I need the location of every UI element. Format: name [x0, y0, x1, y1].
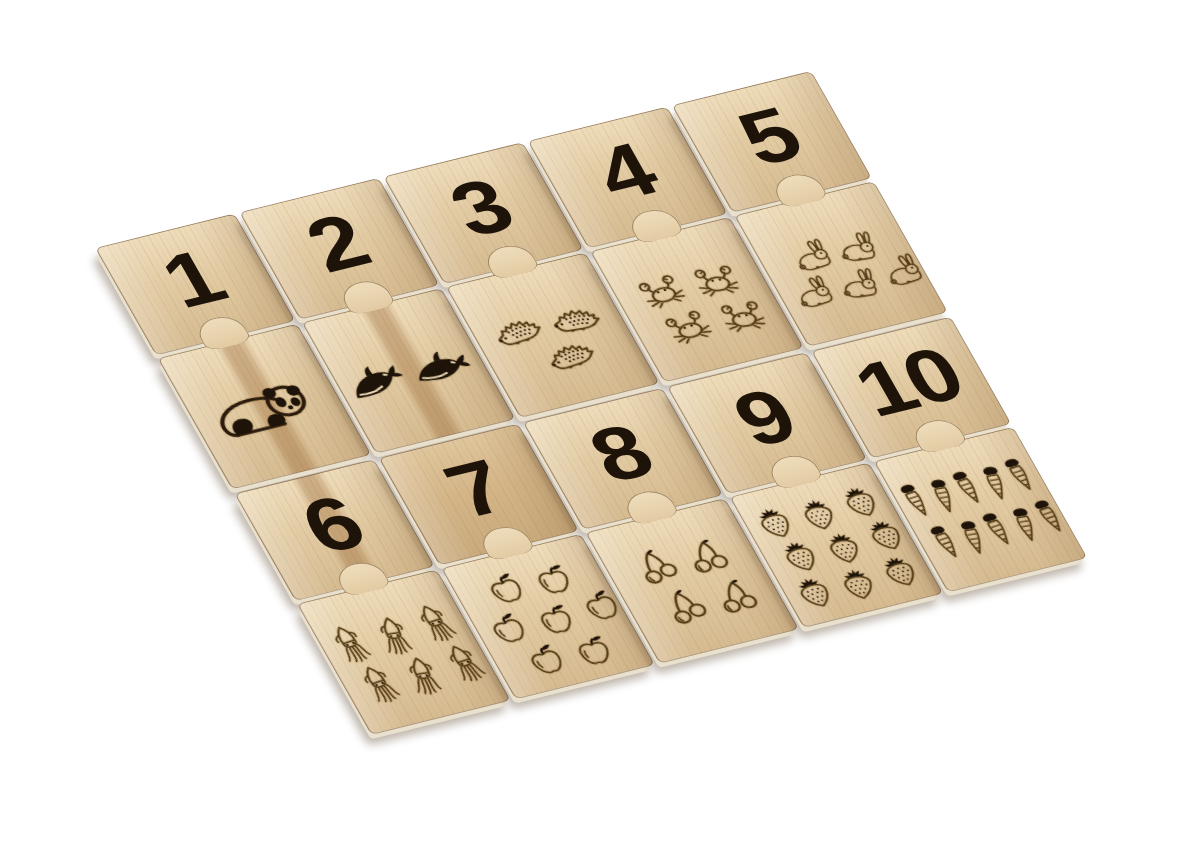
- number-label: 4: [582, 131, 668, 213]
- crab-icon: [710, 293, 775, 336]
- number-label: 8: [577, 413, 663, 495]
- crab-icon: [683, 257, 748, 300]
- number-label: 7: [433, 448, 519, 530]
- puzzle-board: 1 2 3: [95, 71, 1087, 735]
- number-label: 10: [842, 336, 975, 429]
- orca-icon: [405, 345, 482, 390]
- rabbit-icon: [831, 265, 885, 302]
- hedgehog-icon: [541, 297, 608, 336]
- rabbit-icon: [830, 228, 884, 265]
- icon-row: [199, 369, 333, 448]
- number-label: 9: [721, 377, 807, 459]
- number-label: 1: [149, 238, 235, 320]
- scene: 1 2 3: [0, 0, 1200, 848]
- rabbit-icon: [784, 272, 841, 313]
- number-label: 3: [437, 167, 523, 249]
- number-label: 6: [289, 484, 375, 566]
- icon-row: [338, 341, 482, 406]
- number-label: 5: [726, 96, 812, 178]
- number-label: 2: [293, 203, 379, 285]
- orca-icon: [337, 355, 417, 407]
- panda-icon: [199, 369, 333, 448]
